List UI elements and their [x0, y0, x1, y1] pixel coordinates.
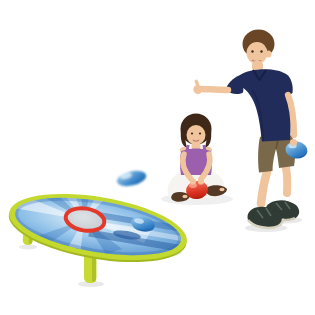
boy-eye-right	[260, 50, 262, 52]
girl-toes-right	[219, 188, 224, 192]
toss-game-scene	[0, 0, 315, 315]
girl-hand-right	[198, 178, 204, 184]
girl-tank-strap-right	[204, 145, 205, 153]
boy-back-leg	[286, 168, 287, 193]
boy-hand-gripping-bag	[290, 139, 297, 146]
boy-ear	[266, 50, 272, 57]
girl-hand-left	[190, 178, 196, 184]
girl-eye-right	[199, 132, 201, 134]
boy-eye-left	[251, 50, 253, 52]
boy-face	[247, 42, 268, 64]
girl-toes-left	[182, 195, 187, 199]
girl-tank-strap-left	[187, 145, 188, 153]
boy-throwing-arm	[203, 89, 228, 90]
product-image	[0, 0, 315, 315]
girl-eye-left	[191, 132, 193, 134]
board-leg-shadow-left	[19, 245, 37, 250]
